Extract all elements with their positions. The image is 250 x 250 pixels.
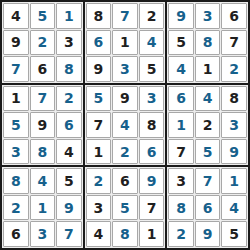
cell-r2c6[interactable]: 4: [139, 30, 165, 56]
cell-r5c8[interactable]: 2: [195, 112, 221, 138]
cell-r3c9[interactable]: 2: [221, 56, 247, 82]
cell-r1c4[interactable]: 8: [86, 3, 112, 29]
cell-r9c7[interactable]: 2: [168, 221, 194, 247]
cell-r2c7[interactable]: 5: [168, 30, 194, 56]
cell-r9c8[interactable]: 9: [195, 221, 221, 247]
cell-r4c1[interactable]: 1: [3, 86, 29, 112]
cell-r5c3[interactable]: 6: [56, 112, 82, 138]
cell-r8c2[interactable]: 1: [30, 195, 56, 221]
cell-r7c1[interactable]: 8: [3, 168, 29, 194]
cell-r7c6[interactable]: 9: [139, 168, 165, 194]
cell-r5c6[interactable]: 8: [139, 112, 165, 138]
cell-r4c5[interactable]: 9: [112, 86, 138, 112]
cell-r2c8[interactable]: 8: [195, 30, 221, 56]
box-4: 172596384: [2, 85, 83, 166]
cell-r5c4[interactable]: 7: [86, 112, 112, 138]
box-3: 936587412: [167, 2, 248, 83]
cell-r5c1[interactable]: 5: [3, 112, 29, 138]
cell-r9c3[interactable]: 7: [56, 221, 82, 247]
cell-r2c1[interactable]: 9: [3, 30, 29, 56]
cell-r6c7[interactable]: 7: [168, 139, 194, 165]
cell-r4c9[interactable]: 8: [221, 86, 247, 112]
cell-r1c9[interactable]: 6: [221, 3, 247, 29]
cell-r1c5[interactable]: 7: [112, 3, 138, 29]
cell-r9c2[interactable]: 3: [30, 221, 56, 247]
cell-r6c1[interactable]: 3: [3, 139, 29, 165]
cell-r6c3[interactable]: 4: [56, 139, 82, 165]
cell-r7c8[interactable]: 7: [195, 168, 221, 194]
cell-r8c9[interactable]: 4: [221, 195, 247, 221]
cell-r7c2[interactable]: 4: [30, 168, 56, 194]
cell-r5c7[interactable]: 1: [168, 112, 194, 138]
cell-r1c1[interactable]: 4: [3, 3, 29, 29]
cell-r3c8[interactable]: 1: [195, 56, 221, 82]
cell-r8c5[interactable]: 5: [112, 195, 138, 221]
cell-r3c1[interactable]: 7: [3, 56, 29, 82]
cell-r4c7[interactable]: 6: [168, 86, 194, 112]
cell-r8c3[interactable]: 9: [56, 195, 82, 221]
cell-r4c3[interactable]: 2: [56, 86, 82, 112]
cell-r2c9[interactable]: 7: [221, 30, 247, 56]
box-7: 845219637: [2, 167, 83, 248]
box-6: 648123759: [167, 85, 248, 166]
cell-r3c6[interactable]: 5: [139, 56, 165, 82]
cell-r6c2[interactable]: 8: [30, 139, 56, 165]
cell-r4c8[interactable]: 4: [195, 86, 221, 112]
sudoku-board: 451923768 872614935 936587412 172596384 …: [0, 0, 250, 250]
box-1: 451923768: [2, 2, 83, 83]
cell-r9c5[interactable]: 8: [112, 221, 138, 247]
box-5: 593748126: [85, 85, 166, 166]
cell-r2c3[interactable]: 3: [56, 30, 82, 56]
cell-r8c8[interactable]: 6: [195, 195, 221, 221]
cell-r6c8[interactable]: 5: [195, 139, 221, 165]
cell-r9c1[interactable]: 6: [3, 221, 29, 247]
cell-r4c2[interactable]: 7: [30, 86, 56, 112]
cell-r6c9[interactable]: 9: [221, 139, 247, 165]
cell-r1c3[interactable]: 1: [56, 3, 82, 29]
cell-r6c5[interactable]: 2: [112, 139, 138, 165]
cell-r8c6[interactable]: 7: [139, 195, 165, 221]
cell-r3c3[interactable]: 8: [56, 56, 82, 82]
cell-r2c5[interactable]: 1: [112, 30, 138, 56]
cell-r3c5[interactable]: 3: [112, 56, 138, 82]
cell-r4c6[interactable]: 3: [139, 86, 165, 112]
cell-r1c7[interactable]: 9: [168, 3, 194, 29]
cell-r3c2[interactable]: 6: [30, 56, 56, 82]
cell-r4c4[interactable]: 5: [86, 86, 112, 112]
cell-r9c9[interactable]: 5: [221, 221, 247, 247]
box-9: 371864295: [167, 167, 248, 248]
cell-r5c2[interactable]: 9: [30, 112, 56, 138]
cell-r1c6[interactable]: 2: [139, 3, 165, 29]
cell-r5c5[interactable]: 4: [112, 112, 138, 138]
cell-r7c5[interactable]: 6: [112, 168, 138, 194]
cell-r8c1[interactable]: 2: [3, 195, 29, 221]
cell-r2c2[interactable]: 2: [30, 30, 56, 56]
cell-r9c4[interactable]: 4: [86, 221, 112, 247]
cell-r2c4[interactable]: 6: [86, 30, 112, 56]
cell-r9c6[interactable]: 1: [139, 221, 165, 247]
cell-r3c7[interactable]: 4: [168, 56, 194, 82]
cell-r6c4[interactable]: 1: [86, 139, 112, 165]
box-2: 872614935: [85, 2, 166, 83]
cell-r7c4[interactable]: 2: [86, 168, 112, 194]
cell-r1c2[interactable]: 5: [30, 3, 56, 29]
cell-r8c7[interactable]: 8: [168, 195, 194, 221]
cell-r8c4[interactable]: 3: [86, 195, 112, 221]
cell-r5c9[interactable]: 3: [221, 112, 247, 138]
box-8: 269357481: [85, 167, 166, 248]
cell-r7c3[interactable]: 5: [56, 168, 82, 194]
cell-r7c7[interactable]: 3: [168, 168, 194, 194]
cell-r7c9[interactable]: 1: [221, 168, 247, 194]
cell-r6c6[interactable]: 6: [139, 139, 165, 165]
cell-r1c8[interactable]: 3: [195, 3, 221, 29]
cell-r3c4[interactable]: 9: [86, 56, 112, 82]
